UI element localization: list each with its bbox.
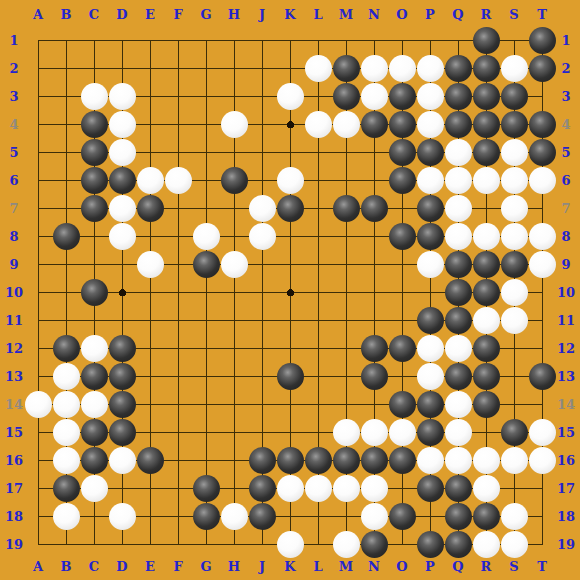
intersection-E11[interactable] [136,306,164,334]
intersection-C15[interactable] [80,418,108,446]
intersection-J17[interactable] [248,474,276,502]
intersection-A3[interactable] [24,82,52,110]
intersection-R13[interactable] [472,362,500,390]
intersection-Q11[interactable] [444,306,472,334]
intersection-C13[interactable] [80,362,108,390]
intersection-F2[interactable] [164,54,192,82]
intersection-P12[interactable] [416,334,444,362]
intersection-M12[interactable] [332,334,360,362]
intersection-R2[interactable] [472,54,500,82]
intersection-F12[interactable] [164,334,192,362]
intersection-C7[interactable] [80,194,108,222]
intersection-D4[interactable] [108,110,136,138]
intersection-K12[interactable] [276,334,304,362]
intersection-L16[interactable] [304,446,332,474]
intersection-A13[interactable] [24,362,52,390]
intersection-M18[interactable] [332,502,360,530]
intersection-M5[interactable] [332,138,360,166]
intersection-R12[interactable] [472,334,500,362]
intersection-R6[interactable] [472,166,500,194]
intersection-A5[interactable] [24,138,52,166]
intersection-S10[interactable] [500,278,528,306]
intersection-J6[interactable] [248,166,276,194]
intersection-G3[interactable] [192,82,220,110]
intersection-H1[interactable] [220,26,248,54]
intersection-B14[interactable] [52,390,80,418]
intersection-A9[interactable] [24,250,52,278]
intersection-K7[interactable] [276,194,304,222]
intersection-B12[interactable] [52,334,80,362]
intersection-O9[interactable] [388,250,416,278]
intersection-R17[interactable] [472,474,500,502]
intersection-E12[interactable] [136,334,164,362]
intersection-A16[interactable] [24,446,52,474]
intersection-J8[interactable] [248,222,276,250]
intersection-M9[interactable] [332,250,360,278]
intersection-J14[interactable] [248,390,276,418]
intersection-C16[interactable] [80,446,108,474]
intersection-S11[interactable] [500,306,528,334]
intersection-R5[interactable] [472,138,500,166]
intersection-A19[interactable] [24,530,52,558]
intersection-E10[interactable] [136,278,164,306]
intersection-Q12[interactable] [444,334,472,362]
intersection-G12[interactable] [192,334,220,362]
intersection-H12[interactable] [220,334,248,362]
intersection-L4[interactable] [304,110,332,138]
intersection-T10[interactable] [528,278,556,306]
intersection-E9[interactable] [136,250,164,278]
intersection-K11[interactable] [276,306,304,334]
intersection-D7[interactable] [108,194,136,222]
intersection-M10[interactable] [332,278,360,306]
intersection-Q10[interactable] [444,278,472,306]
intersection-F10[interactable] [164,278,192,306]
intersection-J18[interactable] [248,502,276,530]
intersection-G8[interactable] [192,222,220,250]
intersection-A8[interactable] [24,222,52,250]
intersection-C3[interactable] [80,82,108,110]
intersection-J10[interactable] [248,278,276,306]
intersection-P18[interactable] [416,502,444,530]
intersection-P10[interactable] [416,278,444,306]
intersection-P1[interactable] [416,26,444,54]
intersection-R4[interactable] [472,110,500,138]
intersection-M11[interactable] [332,306,360,334]
intersection-N16[interactable] [360,446,388,474]
intersection-B3[interactable] [52,82,80,110]
intersection-S6[interactable] [500,166,528,194]
intersection-L2[interactable] [304,54,332,82]
intersection-E19[interactable] [136,530,164,558]
intersection-D12[interactable] [108,334,136,362]
intersection-H16[interactable] [220,446,248,474]
intersection-C6[interactable] [80,166,108,194]
intersection-M19[interactable] [332,530,360,558]
intersection-M7[interactable] [332,194,360,222]
intersection-A17[interactable] [24,474,52,502]
intersection-B4[interactable] [52,110,80,138]
intersection-O11[interactable] [388,306,416,334]
intersection-E13[interactable] [136,362,164,390]
intersection-C2[interactable] [80,54,108,82]
intersection-P19[interactable] [416,530,444,558]
intersection-D16[interactable] [108,446,136,474]
intersection-E1[interactable] [136,26,164,54]
intersection-D18[interactable] [108,502,136,530]
intersection-Q3[interactable] [444,82,472,110]
intersection-A18[interactable] [24,502,52,530]
intersection-K4[interactable] [276,110,304,138]
intersection-S12[interactable] [500,334,528,362]
intersection-B6[interactable] [52,166,80,194]
intersection-L7[interactable] [304,194,332,222]
intersection-Q2[interactable] [444,54,472,82]
intersection-D8[interactable] [108,222,136,250]
intersection-B7[interactable] [52,194,80,222]
intersection-P15[interactable] [416,418,444,446]
intersection-H10[interactable] [220,278,248,306]
intersection-T14[interactable] [528,390,556,418]
intersection-N15[interactable] [360,418,388,446]
intersection-F11[interactable] [164,306,192,334]
intersection-H18[interactable] [220,502,248,530]
intersection-R18[interactable] [472,502,500,530]
intersection-H7[interactable] [220,194,248,222]
intersection-K3[interactable] [276,82,304,110]
intersection-K10[interactable] [276,278,304,306]
intersection-P14[interactable] [416,390,444,418]
intersection-B9[interactable] [52,250,80,278]
intersection-M17[interactable] [332,474,360,502]
intersection-M2[interactable] [332,54,360,82]
intersection-G9[interactable] [192,250,220,278]
intersection-B1[interactable] [52,26,80,54]
intersection-D3[interactable] [108,82,136,110]
intersection-D9[interactable] [108,250,136,278]
intersection-R16[interactable] [472,446,500,474]
intersection-G7[interactable] [192,194,220,222]
intersection-F16[interactable] [164,446,192,474]
intersection-O1[interactable] [388,26,416,54]
intersection-L9[interactable] [304,250,332,278]
intersection-F4[interactable] [164,110,192,138]
intersection-F1[interactable] [164,26,192,54]
intersection-G6[interactable] [192,166,220,194]
intersection-C11[interactable] [80,306,108,334]
intersection-D6[interactable] [108,166,136,194]
intersection-C8[interactable] [80,222,108,250]
intersection-D19[interactable] [108,530,136,558]
intersection-C10[interactable] [80,278,108,306]
intersection-J11[interactable] [248,306,276,334]
intersection-C17[interactable] [80,474,108,502]
intersection-M15[interactable] [332,418,360,446]
intersection-O3[interactable] [388,82,416,110]
intersection-S14[interactable] [500,390,528,418]
intersection-L6[interactable] [304,166,332,194]
intersection-M13[interactable] [332,362,360,390]
intersection-T13[interactable] [528,362,556,390]
intersection-C12[interactable] [80,334,108,362]
intersection-L19[interactable] [304,530,332,558]
intersection-N7[interactable] [360,194,388,222]
intersection-T17[interactable] [528,474,556,502]
intersection-K18[interactable] [276,502,304,530]
intersection-L18[interactable] [304,502,332,530]
intersection-P8[interactable] [416,222,444,250]
intersection-N3[interactable] [360,82,388,110]
intersection-C9[interactable] [80,250,108,278]
intersection-P13[interactable] [416,362,444,390]
intersection-B17[interactable] [52,474,80,502]
intersection-S2[interactable] [500,54,528,82]
intersection-R9[interactable] [472,250,500,278]
intersection-D10[interactable] [108,278,136,306]
intersection-H19[interactable] [220,530,248,558]
intersection-O19[interactable] [388,530,416,558]
intersection-K15[interactable] [276,418,304,446]
intersection-M4[interactable] [332,110,360,138]
intersection-O14[interactable] [388,390,416,418]
intersection-B10[interactable] [52,278,80,306]
intersection-S4[interactable] [500,110,528,138]
intersection-O5[interactable] [388,138,416,166]
intersection-O2[interactable] [388,54,416,82]
intersection-T9[interactable] [528,250,556,278]
intersection-L10[interactable] [304,278,332,306]
intersection-O8[interactable] [388,222,416,250]
intersection-K13[interactable] [276,362,304,390]
intersection-Q17[interactable] [444,474,472,502]
intersection-G2[interactable] [192,54,220,82]
intersection-T18[interactable] [528,502,556,530]
intersection-K19[interactable] [276,530,304,558]
intersection-A2[interactable] [24,54,52,82]
intersection-E18[interactable] [136,502,164,530]
intersection-E7[interactable] [136,194,164,222]
intersection-T5[interactable] [528,138,556,166]
intersection-E4[interactable] [136,110,164,138]
intersection-H5[interactable] [220,138,248,166]
intersection-L14[interactable] [304,390,332,418]
intersection-O10[interactable] [388,278,416,306]
intersection-F3[interactable] [164,82,192,110]
intersection-E8[interactable] [136,222,164,250]
intersection-L8[interactable] [304,222,332,250]
intersection-K2[interactable] [276,54,304,82]
intersection-T6[interactable] [528,166,556,194]
intersection-Q15[interactable] [444,418,472,446]
intersection-F19[interactable] [164,530,192,558]
intersection-D15[interactable] [108,418,136,446]
intersection-M14[interactable] [332,390,360,418]
intersection-J2[interactable] [248,54,276,82]
intersection-Q18[interactable] [444,502,472,530]
intersection-O16[interactable] [388,446,416,474]
intersection-T8[interactable] [528,222,556,250]
intersection-G17[interactable] [192,474,220,502]
intersection-M16[interactable] [332,446,360,474]
intersection-Q5[interactable] [444,138,472,166]
intersection-J12[interactable] [248,334,276,362]
intersection-R14[interactable] [472,390,500,418]
intersection-O7[interactable] [388,194,416,222]
intersection-R7[interactable] [472,194,500,222]
intersection-F7[interactable] [164,194,192,222]
intersection-Q4[interactable] [444,110,472,138]
intersection-C19[interactable] [80,530,108,558]
intersection-J3[interactable] [248,82,276,110]
intersection-D17[interactable] [108,474,136,502]
intersection-T7[interactable] [528,194,556,222]
intersection-S15[interactable] [500,418,528,446]
intersection-T12[interactable] [528,334,556,362]
intersection-K17[interactable] [276,474,304,502]
intersection-B16[interactable] [52,446,80,474]
intersection-T4[interactable] [528,110,556,138]
intersection-S8[interactable] [500,222,528,250]
intersection-E16[interactable] [136,446,164,474]
intersection-T11[interactable] [528,306,556,334]
intersection-N8[interactable] [360,222,388,250]
intersection-A14[interactable] [24,390,52,418]
intersection-L11[interactable] [304,306,332,334]
intersection-O18[interactable] [388,502,416,530]
intersection-T15[interactable] [528,418,556,446]
intersection-J7[interactable] [248,194,276,222]
intersection-F9[interactable] [164,250,192,278]
intersection-R19[interactable] [472,530,500,558]
intersection-C14[interactable] [80,390,108,418]
intersection-Q16[interactable] [444,446,472,474]
intersection-A15[interactable] [24,418,52,446]
intersection-P17[interactable] [416,474,444,502]
intersection-R15[interactable] [472,418,500,446]
intersection-N17[interactable] [360,474,388,502]
intersection-N1[interactable] [360,26,388,54]
intersection-K5[interactable] [276,138,304,166]
intersection-S17[interactable] [500,474,528,502]
intersection-A4[interactable] [24,110,52,138]
intersection-N19[interactable] [360,530,388,558]
intersection-T2[interactable] [528,54,556,82]
intersection-H6[interactable] [220,166,248,194]
intersection-F5[interactable] [164,138,192,166]
intersection-T16[interactable] [528,446,556,474]
intersection-F18[interactable] [164,502,192,530]
intersection-J13[interactable] [248,362,276,390]
intersection-A6[interactable] [24,166,52,194]
intersection-O4[interactable] [388,110,416,138]
intersection-S18[interactable] [500,502,528,530]
intersection-B15[interactable] [52,418,80,446]
intersection-Q1[interactable] [444,26,472,54]
intersection-J5[interactable] [248,138,276,166]
intersection-D5[interactable] [108,138,136,166]
intersection-S19[interactable] [500,530,528,558]
intersection-F14[interactable] [164,390,192,418]
intersection-J9[interactable] [248,250,276,278]
intersection-D1[interactable] [108,26,136,54]
intersection-P5[interactable] [416,138,444,166]
intersection-B5[interactable] [52,138,80,166]
intersection-P4[interactable] [416,110,444,138]
intersection-J1[interactable] [248,26,276,54]
intersection-M8[interactable] [332,222,360,250]
intersection-S7[interactable] [500,194,528,222]
intersection-K16[interactable] [276,446,304,474]
intersection-H2[interactable] [220,54,248,82]
intersection-A12[interactable] [24,334,52,362]
intersection-P11[interactable] [416,306,444,334]
intersection-H17[interactable] [220,474,248,502]
intersection-H9[interactable] [220,250,248,278]
intersection-A10[interactable] [24,278,52,306]
intersection-B18[interactable] [52,502,80,530]
intersection-P9[interactable] [416,250,444,278]
intersection-E14[interactable] [136,390,164,418]
intersection-K8[interactable] [276,222,304,250]
intersection-O17[interactable] [388,474,416,502]
intersection-F6[interactable] [164,166,192,194]
intersection-L5[interactable] [304,138,332,166]
intersection-P16[interactable] [416,446,444,474]
intersection-N12[interactable] [360,334,388,362]
intersection-G4[interactable] [192,110,220,138]
intersection-J15[interactable] [248,418,276,446]
intersection-B2[interactable] [52,54,80,82]
intersection-N10[interactable] [360,278,388,306]
intersection-R10[interactable] [472,278,500,306]
intersection-K9[interactable] [276,250,304,278]
intersection-P2[interactable] [416,54,444,82]
intersection-A1[interactable] [24,26,52,54]
intersection-Q8[interactable] [444,222,472,250]
intersection-O12[interactable] [388,334,416,362]
intersection-R1[interactable] [472,26,500,54]
intersection-J19[interactable] [248,530,276,558]
intersection-M1[interactable] [332,26,360,54]
intersection-T3[interactable] [528,82,556,110]
intersection-G19[interactable] [192,530,220,558]
intersection-L3[interactable] [304,82,332,110]
intersection-F8[interactable] [164,222,192,250]
intersection-O15[interactable] [388,418,416,446]
intersection-C1[interactable] [80,26,108,54]
intersection-H3[interactable] [220,82,248,110]
intersection-S1[interactable] [500,26,528,54]
intersection-K14[interactable] [276,390,304,418]
intersection-J16[interactable] [248,446,276,474]
intersection-E3[interactable] [136,82,164,110]
intersection-O6[interactable] [388,166,416,194]
intersection-L17[interactable] [304,474,332,502]
intersection-G14[interactable] [192,390,220,418]
intersection-N9[interactable] [360,250,388,278]
intersection-D11[interactable] [108,306,136,334]
intersection-G16[interactable] [192,446,220,474]
intersection-L15[interactable] [304,418,332,446]
intersection-L12[interactable] [304,334,332,362]
intersection-M3[interactable] [332,82,360,110]
intersection-L1[interactable] [304,26,332,54]
intersection-Q6[interactable] [444,166,472,194]
intersection-B11[interactable] [52,306,80,334]
intersection-P6[interactable] [416,166,444,194]
intersection-N18[interactable] [360,502,388,530]
intersection-P7[interactable] [416,194,444,222]
